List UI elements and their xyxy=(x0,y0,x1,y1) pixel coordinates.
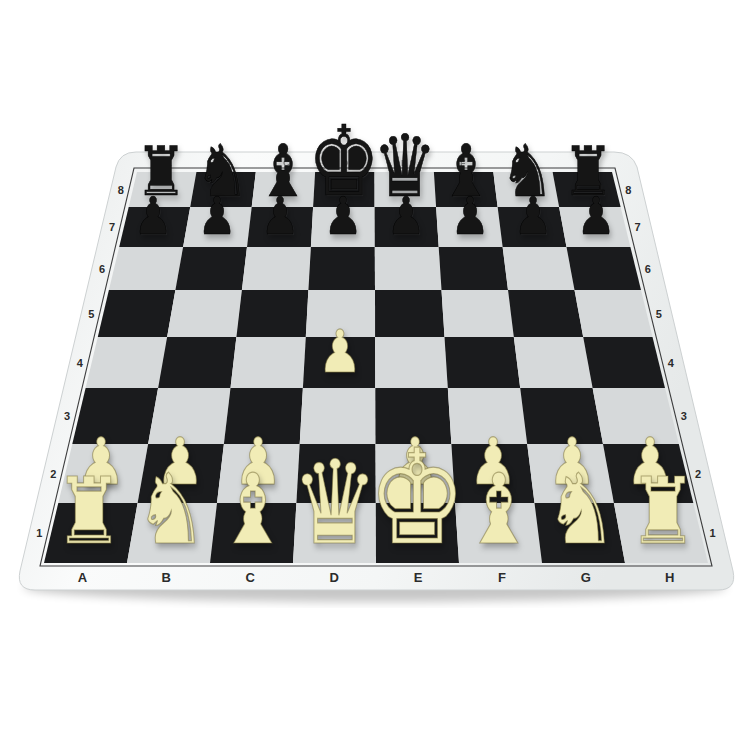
rank-label-right-7: 7 xyxy=(634,221,640,233)
square-h6 xyxy=(567,247,642,290)
square-e3 xyxy=(375,388,451,444)
file-label-top-g: G xyxy=(518,158,525,168)
square-f7 xyxy=(436,207,503,247)
square-a6 xyxy=(109,247,183,290)
file-label-top-c: C xyxy=(283,158,290,168)
rank-label-left-5: 5 xyxy=(88,308,94,320)
rank-label-left-3: 3 xyxy=(64,410,70,422)
square-f1 xyxy=(455,503,542,563)
square-d4 xyxy=(303,337,375,388)
rank-label-right-1: 1 xyxy=(710,527,716,539)
file-label-bottom-f: F xyxy=(498,570,506,585)
square-a2 xyxy=(58,444,148,503)
square-e8 xyxy=(375,172,437,207)
square-h3 xyxy=(593,388,679,444)
square-f8 xyxy=(434,172,498,207)
square-a5 xyxy=(98,290,176,337)
rank-label-left-2: 2 xyxy=(50,468,56,480)
square-a3 xyxy=(72,388,158,444)
square-c3 xyxy=(224,388,303,444)
square-f5 xyxy=(442,290,514,337)
file-label-bottom-d: D xyxy=(329,570,338,585)
square-e6 xyxy=(375,247,442,290)
square-b4 xyxy=(158,337,236,388)
square-b7 xyxy=(183,207,252,247)
chess-board-mat: ABCDEFGHABCDEFGH1234567812345678 xyxy=(0,0,750,750)
square-g1 xyxy=(535,503,626,563)
square-b2 xyxy=(138,444,224,503)
file-label-top-e: E xyxy=(401,158,407,168)
square-e1 xyxy=(376,503,459,563)
square-d1 xyxy=(293,503,376,563)
rank-label-right-3: 3 xyxy=(681,410,687,422)
square-a7 xyxy=(119,207,190,247)
file-label-top-b: B xyxy=(224,158,231,168)
square-g5 xyxy=(508,290,583,337)
square-e4 xyxy=(375,337,448,388)
square-b1 xyxy=(127,503,217,563)
file-label-top-a: A xyxy=(165,158,172,168)
square-d6 xyxy=(308,247,375,290)
rank-label-left-1: 1 xyxy=(36,527,42,539)
square-f3 xyxy=(448,388,527,444)
file-label-top-f: F xyxy=(460,158,466,168)
square-d8 xyxy=(313,172,375,207)
square-g2 xyxy=(527,444,614,503)
square-d2 xyxy=(296,444,375,503)
square-g8 xyxy=(493,172,559,207)
rank-label-left-6: 6 xyxy=(99,263,105,275)
square-b6 xyxy=(175,247,247,290)
square-a8 xyxy=(129,172,197,207)
square-e2 xyxy=(376,444,456,503)
square-g7 xyxy=(498,207,567,247)
file-label-bottom-g: G xyxy=(581,570,591,585)
square-h1 xyxy=(614,503,708,563)
rank-label-right-5: 5 xyxy=(656,308,662,320)
rank-label-left-7: 7 xyxy=(109,221,115,233)
chess-set-photo: ABCDEFGHABCDEFGH1234567812345678 ♜♞♝♚♛♝♞… xyxy=(0,0,750,750)
rank-label-right-8: 8 xyxy=(625,184,631,196)
square-h8 xyxy=(553,172,621,207)
square-f4 xyxy=(445,337,521,388)
rank-label-left-4: 4 xyxy=(77,357,84,369)
square-g6 xyxy=(503,247,575,290)
square-g4 xyxy=(514,337,593,388)
file-label-top-d: D xyxy=(342,158,349,168)
file-label-bottom-e: E xyxy=(414,570,423,585)
square-h5 xyxy=(575,290,653,337)
square-c2 xyxy=(217,444,300,503)
square-h2 xyxy=(603,444,693,503)
square-c1 xyxy=(210,503,296,563)
square-e7 xyxy=(375,207,439,247)
file-label-bottom-b: B xyxy=(162,570,171,585)
file-label-bottom-h: H xyxy=(665,570,674,585)
file-label-bottom-a: A xyxy=(78,570,88,585)
rank-label-left-8: 8 xyxy=(118,184,124,196)
file-label-top-h: H xyxy=(577,158,584,168)
square-e5 xyxy=(375,290,445,337)
rank-label-right-2: 2 xyxy=(695,468,701,480)
square-b8 xyxy=(190,172,256,207)
square-c4 xyxy=(231,337,306,388)
square-b3 xyxy=(148,388,230,444)
square-f6 xyxy=(439,247,508,290)
square-c7 xyxy=(247,207,313,247)
square-a1 xyxy=(44,503,138,563)
square-c8 xyxy=(252,172,315,207)
square-c5 xyxy=(236,290,308,337)
square-d3 xyxy=(300,388,376,444)
rank-label-right-4: 4 xyxy=(668,357,675,369)
square-f2 xyxy=(451,444,534,503)
square-d5 xyxy=(306,290,375,337)
square-h4 xyxy=(583,337,665,388)
square-g3 xyxy=(520,388,603,444)
square-b5 xyxy=(167,290,242,337)
square-a4 xyxy=(86,337,168,388)
file-label-bottom-c: C xyxy=(246,570,256,585)
square-c6 xyxy=(242,247,311,290)
square-h7 xyxy=(559,207,630,247)
rank-label-right-6: 6 xyxy=(645,263,651,275)
square-d7 xyxy=(311,207,375,247)
